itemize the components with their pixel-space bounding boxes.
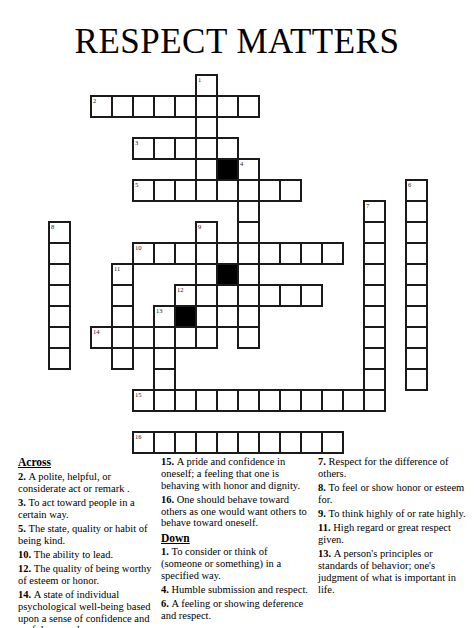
- grid-cell[interactable]: [363, 284, 386, 307]
- grid-cell[interactable]: [363, 263, 386, 286]
- grid-cell[interactable]: 12: [174, 284, 197, 307]
- clue-down-1: 1. To consider or think of (someone or s…: [161, 546, 311, 581]
- grid-cell[interactable]: [111, 347, 134, 370]
- grid-cell[interactable]: [279, 242, 302, 265]
- grid-cell[interactable]: [216, 305, 239, 328]
- clue-number: 1: [198, 76, 201, 83]
- grid-cell[interactable]: [321, 242, 344, 265]
- grid-cell[interactable]: [216, 284, 239, 307]
- grid-cell[interactable]: [48, 263, 71, 286]
- clue-down-7: 7. Respect for the difference of others.: [318, 456, 470, 480]
- grid-cell[interactable]: [216, 389, 239, 412]
- grid-cell[interactable]: [111, 326, 134, 349]
- grid-cell[interactable]: [321, 431, 344, 454]
- grid-cell[interactable]: [258, 242, 281, 265]
- grid-cell[interactable]: [363, 389, 386, 412]
- black-cell: [216, 158, 239, 181]
- clue-number: 16: [135, 433, 142, 440]
- grid-cell[interactable]: [405, 305, 428, 328]
- grid-cell[interactable]: [237, 242, 260, 265]
- grid-cell[interactable]: [174, 95, 197, 118]
- grid-cell[interactable]: 16: [132, 431, 155, 454]
- grid-cell[interactable]: [195, 116, 218, 139]
- grid-cell[interactable]: [195, 137, 218, 160]
- grid-cell[interactable]: [279, 179, 302, 202]
- crossword-grid: 12345678910111213141516: [48, 74, 452, 478]
- grid-cell[interactable]: 13: [153, 305, 176, 328]
- grid-cell[interactable]: [195, 305, 218, 328]
- grid-cell[interactable]: [405, 284, 428, 307]
- grid-cell[interactable]: [195, 179, 218, 202]
- grid-cell[interactable]: [258, 389, 281, 412]
- grid-cell[interactable]: [300, 431, 323, 454]
- grid-cell[interactable]: 3: [132, 137, 155, 160]
- grid-cell[interactable]: [195, 326, 218, 349]
- grid-cell[interactable]: [174, 389, 197, 412]
- grid-cell[interactable]: 11: [111, 263, 134, 286]
- grid-cell[interactable]: [237, 221, 260, 244]
- clue-down-6: 6. A feeling or showing deference and re…: [161, 598, 311, 622]
- down-header: Down: [161, 532, 311, 545]
- grid-cell[interactable]: [195, 95, 218, 118]
- grid-cell[interactable]: [405, 200, 428, 223]
- clue-down-13: 13. A person's principles or standards o…: [318, 548, 470, 595]
- clue-down-11: 11. High regard or great respect given.: [318, 522, 470, 546]
- grid-cell[interactable]: [195, 263, 218, 286]
- grid-cell[interactable]: [237, 305, 260, 328]
- grid-cell[interactable]: 9: [195, 221, 218, 244]
- grid-cell[interactable]: [174, 242, 197, 265]
- grid-cell[interactable]: [300, 284, 323, 307]
- clue-number: 5: [135, 181, 138, 188]
- clue-down-4: 4. Humble submission and respect.: [161, 584, 311, 596]
- grid-cell[interactable]: [195, 284, 218, 307]
- grid-cell[interactable]: [405, 326, 428, 349]
- grid-cell[interactable]: [48, 326, 71, 349]
- grid-cell[interactable]: [405, 347, 428, 370]
- grid-cell[interactable]: [363, 305, 386, 328]
- grid-cell[interactable]: 2: [90, 95, 113, 118]
- clue-down-9: 9. To think highly of or rate highly.: [318, 508, 470, 520]
- grid-cell[interactable]: 8: [48, 221, 71, 244]
- grid-cell[interactable]: [237, 179, 260, 202]
- clue-number: 12: [177, 286, 184, 293]
- grid-cell[interactable]: [153, 326, 176, 349]
- grid-cell[interactable]: [153, 137, 176, 160]
- grid-cell[interactable]: [48, 284, 71, 307]
- clue-number: 13: [156, 307, 163, 314]
- grid-cell[interactable]: 4: [237, 158, 260, 181]
- grid-cell[interactable]: [195, 158, 218, 181]
- grid-cell[interactable]: 5: [132, 179, 155, 202]
- grid-cell[interactable]: 15: [132, 389, 155, 412]
- black-cell: [216, 263, 239, 286]
- grid-cell[interactable]: [237, 284, 260, 307]
- grid-cell[interactable]: [132, 326, 155, 349]
- grid-cell[interactable]: [279, 431, 302, 454]
- grid-cell[interactable]: [237, 263, 260, 286]
- clue-across-10: 10. The ability to lead.: [18, 549, 158, 561]
- grid-cell[interactable]: [153, 347, 176, 370]
- clue-number: 10: [135, 244, 142, 251]
- grid-cell[interactable]: 7: [363, 200, 386, 223]
- clue-across-5: 5. The state, quality or habit of being …: [18, 523, 158, 547]
- grid-cell[interactable]: [258, 431, 281, 454]
- grid-cell[interactable]: [258, 179, 281, 202]
- clues-column-down: 7. Respect for the difference of others.…: [318, 456, 470, 598]
- grid-cell[interactable]: 14: [90, 326, 113, 349]
- clue-across-15: 15. A pride and confidence in oneself; a…: [161, 456, 311, 491]
- clue-number: 4: [240, 160, 243, 167]
- grid-cell[interactable]: [48, 305, 71, 328]
- black-cell: [174, 305, 197, 328]
- grid-cell[interactable]: [300, 242, 323, 265]
- grid-cell[interactable]: [342, 389, 365, 412]
- grid-cell[interactable]: [174, 326, 197, 349]
- grid-cell[interactable]: [48, 347, 71, 370]
- clue-number: 3: [135, 139, 138, 146]
- clue-number: 7: [366, 202, 369, 209]
- grid-cell[interactable]: [237, 200, 260, 223]
- grid-cell[interactable]: [153, 431, 176, 454]
- grid-cell[interactable]: [279, 389, 302, 412]
- grid-cell[interactable]: [174, 431, 197, 454]
- grid-cell[interactable]: [111, 95, 134, 118]
- clue-number: 2: [93, 97, 96, 104]
- grid-cell[interactable]: [363, 242, 386, 265]
- grid-cell[interactable]: [153, 389, 176, 412]
- grid-cell[interactable]: 6: [405, 179, 428, 202]
- grid-cell[interactable]: [111, 284, 134, 307]
- clue-down-8: 8. To feel or show honor or esteem for.: [318, 482, 470, 506]
- grid-cell[interactable]: [174, 137, 197, 160]
- clue-across-3: 3. To act toward people in a certain way…: [18, 497, 158, 521]
- clue-across-16: 16. One should behave toward others as o…: [161, 494, 311, 529]
- grid-cell[interactable]: 10: [132, 242, 155, 265]
- grid-cell[interactable]: [237, 326, 260, 349]
- grid-cell[interactable]: [321, 389, 344, 412]
- grid-cell[interactable]: [237, 389, 260, 412]
- grid-cell[interactable]: [48, 242, 71, 265]
- grid-cell[interactable]: [216, 242, 239, 265]
- grid-cell[interactable]: [153, 242, 176, 265]
- clue-number: 11: [114, 265, 120, 272]
- grid-cell[interactable]: 1: [195, 74, 218, 97]
- grid-cell[interactable]: [153, 368, 176, 391]
- grid-cell[interactable]: [405, 368, 428, 391]
- grid-cell[interactable]: [111, 305, 134, 328]
- clue-number: 8: [51, 223, 54, 230]
- grid-cell[interactable]: [405, 221, 428, 244]
- grid-cell[interactable]: [363, 326, 386, 349]
- grid-cell[interactable]: [195, 389, 218, 412]
- clue-across-14: 14. A state of individual psychological …: [18, 589, 158, 628]
- clue-number: 15: [135, 391, 142, 398]
- grid-cell[interactable]: [363, 221, 386, 244]
- grid-cell[interactable]: [174, 179, 197, 202]
- across-header: Across: [18, 456, 158, 469]
- grid-cell[interactable]: [237, 95, 260, 118]
- grid-cell[interactable]: [300, 389, 323, 412]
- grid-cell[interactable]: [153, 179, 176, 202]
- puzzle-title: RESPECT MATTERS: [0, 22, 474, 62]
- grid-cell[interactable]: [195, 431, 218, 454]
- grid-cell[interactable]: [132, 95, 155, 118]
- grid-cell[interactable]: [405, 242, 428, 265]
- grid-cell[interactable]: [216, 95, 239, 118]
- clue-across-12: 12. The quality of being worthy of estee…: [18, 563, 158, 587]
- clue-number: 14: [93, 328, 100, 335]
- clues-column-across: Across2. A polite, helpful, or considera…: [18, 456, 158, 628]
- clue-number: 9: [198, 223, 201, 230]
- grid-cell[interactable]: [237, 431, 260, 454]
- grid-cell[interactable]: [258, 284, 281, 307]
- clues-column-middle: 15. A pride and confidence in oneself; a…: [161, 456, 311, 624]
- grid-cell[interactable]: [216, 431, 239, 454]
- grid-cell[interactable]: [363, 347, 386, 370]
- grid-cell[interactable]: [195, 242, 218, 265]
- grid-cell[interactable]: [279, 284, 302, 307]
- grid-cell[interactable]: [216, 137, 239, 160]
- grid-cell[interactable]: [153, 95, 176, 118]
- grid-cell[interactable]: [405, 263, 428, 286]
- clue-number: 6: [408, 181, 411, 188]
- grid-cell[interactable]: [216, 179, 239, 202]
- clue-across-2: 2. A polite, helpful, or considerate act…: [18, 471, 158, 495]
- grid-cell[interactable]: [363, 368, 386, 391]
